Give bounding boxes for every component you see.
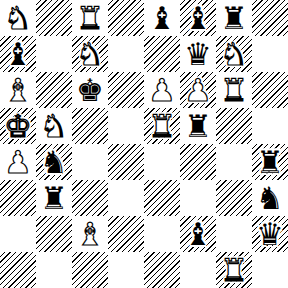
piece-black-bishop: ♝ (4, 36, 32, 72)
piece-black-bishop: ♝ (184, 216, 212, 252)
square-b7[interactable] (36, 36, 72, 72)
square-g2[interactable] (216, 216, 252, 252)
square-h1[interactable] (252, 252, 288, 288)
piece-white-rook: ♜ (220, 72, 248, 108)
square-d5[interactable] (108, 108, 144, 144)
square-h3[interactable]: ♞ (252, 180, 288, 216)
square-c1[interactable] (72, 252, 108, 288)
square-a5[interactable]: ♚ (0, 108, 36, 144)
square-b4[interactable]: ♞ (36, 144, 72, 180)
square-a3[interactable] (0, 180, 36, 216)
square-h2[interactable]: ♛ (252, 216, 288, 252)
piece-black-rook: ♜ (256, 144, 284, 180)
square-g7[interactable]: ♞ (216, 36, 252, 72)
chess-board: ♞♜♝♝♜♝♞♛♞♝♚♟♟♜♚♞♜♜♟♞♜♜♞♝♝♛♜ (0, 0, 288, 288)
square-g4[interactable] (216, 144, 252, 180)
square-e8[interactable]: ♝ (144, 0, 180, 36)
square-f5[interactable]: ♜ (180, 108, 216, 144)
square-d4[interactable] (108, 144, 144, 180)
square-d8[interactable] (108, 0, 144, 36)
square-a2[interactable] (0, 216, 36, 252)
piece-black-queen: ♛ (184, 36, 212, 72)
square-e7[interactable] (144, 36, 180, 72)
square-b1[interactable] (36, 252, 72, 288)
square-c5[interactable] (72, 108, 108, 144)
piece-white-knight: ♞ (220, 36, 248, 72)
square-e4[interactable] (144, 144, 180, 180)
square-f1[interactable] (180, 252, 216, 288)
square-h5[interactable] (252, 108, 288, 144)
square-a4[interactable]: ♟ (0, 144, 36, 180)
square-d7[interactable] (108, 36, 144, 72)
square-e2[interactable] (144, 216, 180, 252)
square-f4[interactable] (180, 144, 216, 180)
square-g6[interactable]: ♜ (216, 72, 252, 108)
piece-black-rook: ♜ (220, 0, 248, 36)
piece-black-knight: ♞ (256, 180, 284, 216)
square-d1[interactable] (108, 252, 144, 288)
square-e3[interactable] (144, 180, 180, 216)
piece-white-knight: ♞ (40, 108, 68, 144)
square-c7[interactable]: ♞ (72, 36, 108, 72)
square-f7[interactable]: ♛ (180, 36, 216, 72)
square-a8[interactable]: ♞ (0, 0, 36, 36)
square-e1[interactable] (144, 252, 180, 288)
piece-white-knight: ♞ (76, 36, 104, 72)
square-h4[interactable]: ♜ (252, 144, 288, 180)
square-d2[interactable] (108, 216, 144, 252)
square-b2[interactable] (36, 216, 72, 252)
piece-white-rook: ♜ (220, 252, 248, 288)
square-a7[interactable]: ♝ (0, 36, 36, 72)
square-b8[interactable] (36, 0, 72, 36)
piece-white-rook: ♜ (76, 0, 104, 36)
square-d3[interactable] (108, 180, 144, 216)
square-e6[interactable]: ♟ (144, 72, 180, 108)
square-h8[interactable] (252, 0, 288, 36)
piece-white-king: ♚ (4, 108, 32, 144)
piece-black-queen: ♛ (256, 216, 284, 252)
square-g5[interactable] (216, 108, 252, 144)
piece-black-bishop: ♝ (148, 0, 176, 36)
piece-white-knight: ♞ (4, 0, 32, 36)
piece-white-pawn: ♟ (4, 144, 32, 180)
square-c2[interactable]: ♝ (72, 216, 108, 252)
square-g1[interactable]: ♜ (216, 252, 252, 288)
square-c8[interactable]: ♜ (72, 0, 108, 36)
piece-white-pawn: ♟ (184, 72, 212, 108)
piece-black-king: ♚ (76, 72, 104, 108)
square-c3[interactable] (72, 180, 108, 216)
square-c6[interactable]: ♚ (72, 72, 108, 108)
square-f6[interactable]: ♟ (180, 72, 216, 108)
square-b6[interactable] (36, 72, 72, 108)
square-h7[interactable] (252, 36, 288, 72)
piece-white-rook: ♜ (148, 108, 176, 144)
square-g8[interactable]: ♜ (216, 0, 252, 36)
square-b3[interactable]: ♜ (36, 180, 72, 216)
square-a1[interactable] (0, 252, 36, 288)
square-d6[interactable] (108, 72, 144, 108)
square-h6[interactable] (252, 72, 288, 108)
square-f2[interactable]: ♝ (180, 216, 216, 252)
square-g3[interactable] (216, 180, 252, 216)
square-c4[interactable] (72, 144, 108, 180)
piece-black-rook: ♜ (40, 180, 68, 216)
piece-white-bishop: ♝ (4, 72, 32, 108)
square-f8[interactable]: ♝ (180, 0, 216, 36)
piece-white-pawn: ♟ (148, 72, 176, 108)
piece-black-rook: ♜ (184, 108, 212, 144)
square-e5[interactable]: ♜ (144, 108, 180, 144)
piece-white-bishop: ♝ (76, 216, 104, 252)
square-a6[interactable]: ♝ (0, 72, 36, 108)
piece-black-knight: ♞ (40, 144, 68, 180)
square-f3[interactable] (180, 180, 216, 216)
piece-black-bishop: ♝ (184, 0, 212, 36)
square-b5[interactable]: ♞ (36, 108, 72, 144)
